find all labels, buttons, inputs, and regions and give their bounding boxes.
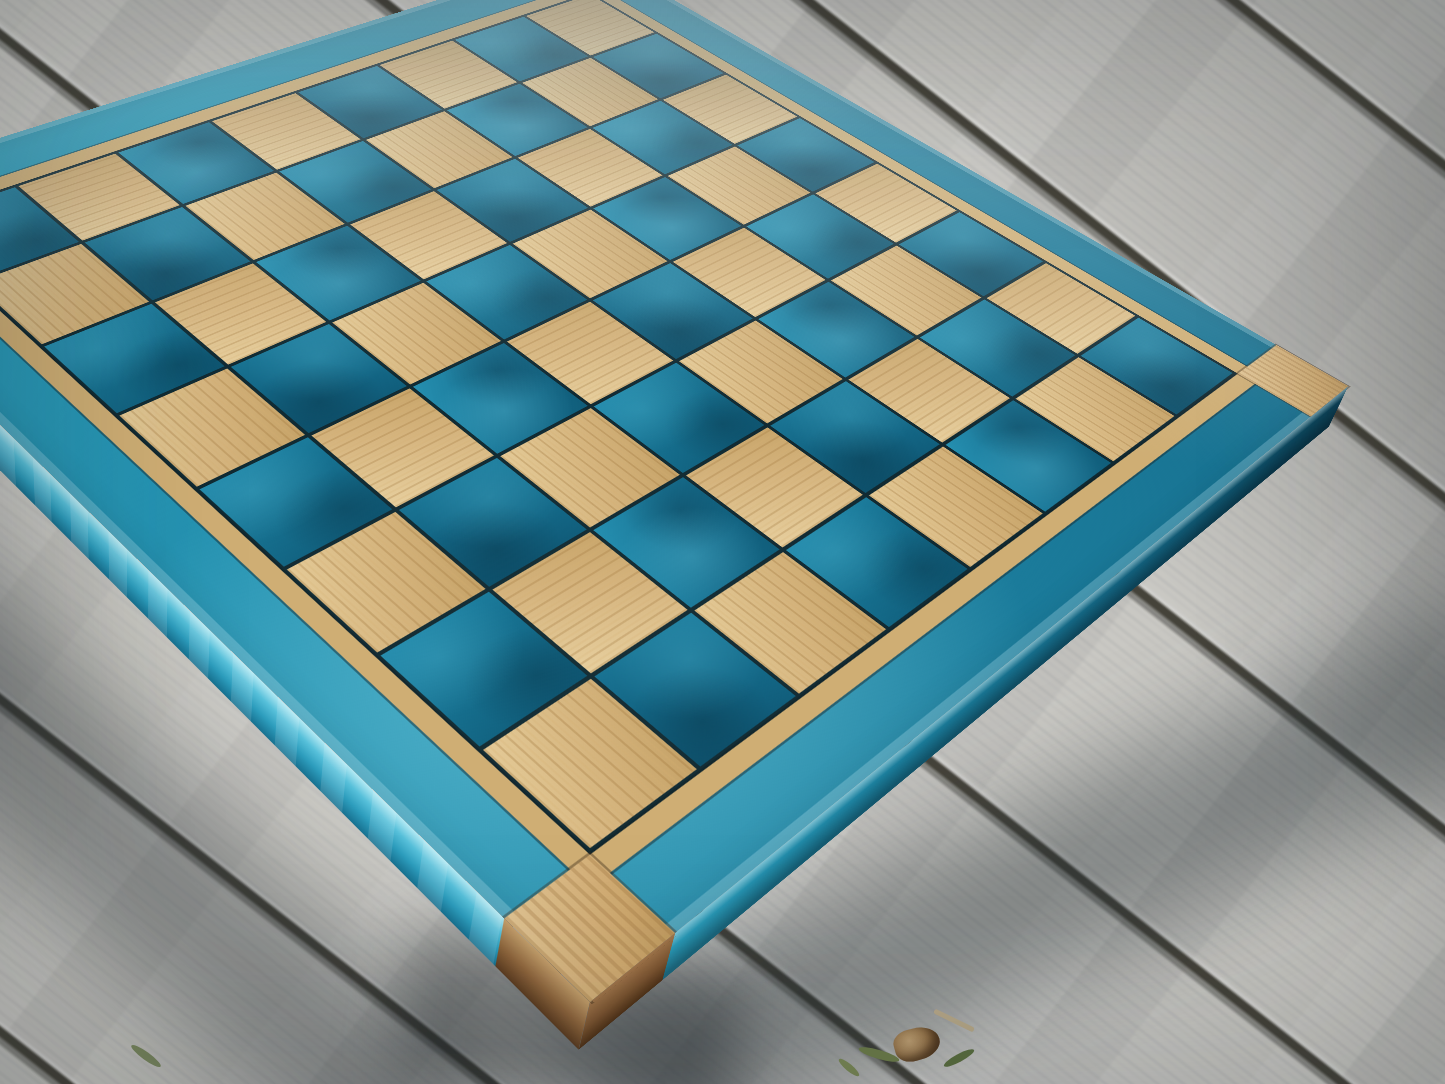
square-c3 bbox=[500, 408, 680, 528]
square-c5 bbox=[332, 283, 501, 385]
square-a1 bbox=[483, 679, 697, 848]
debris-stalk bbox=[933, 1009, 975, 1033]
square-a7 bbox=[0, 244, 149, 345]
plant-debris bbox=[820, 1008, 1030, 1084]
square-e2 bbox=[770, 381, 939, 492]
square-c4 bbox=[413, 343, 587, 453]
square-a4 bbox=[200, 437, 392, 566]
debris-leaf-3 bbox=[837, 1056, 861, 1078]
square-f1 bbox=[945, 400, 1111, 512]
square-a6 bbox=[44, 304, 224, 413]
square-b2 bbox=[492, 532, 687, 673]
square-b6 bbox=[155, 263, 326, 364]
square-c1 bbox=[694, 552, 886, 694]
debris-leaf-2 bbox=[942, 1046, 976, 1069]
square-d2 bbox=[686, 427, 863, 547]
square-b3 bbox=[398, 458, 587, 587]
scene bbox=[0, 0, 1445, 1084]
square-a5 bbox=[119, 368, 305, 486]
square-e1 bbox=[868, 446, 1042, 567]
square-b5 bbox=[230, 324, 407, 434]
square-b1 bbox=[594, 612, 796, 767]
square-a3 bbox=[286, 512, 485, 653]
square-d1 bbox=[785, 497, 967, 627]
square-d3 bbox=[593, 362, 764, 473]
square-c2 bbox=[593, 477, 778, 607]
square-a2 bbox=[381, 592, 587, 746]
square-b4 bbox=[311, 388, 494, 507]
square-d4 bbox=[507, 302, 673, 404]
